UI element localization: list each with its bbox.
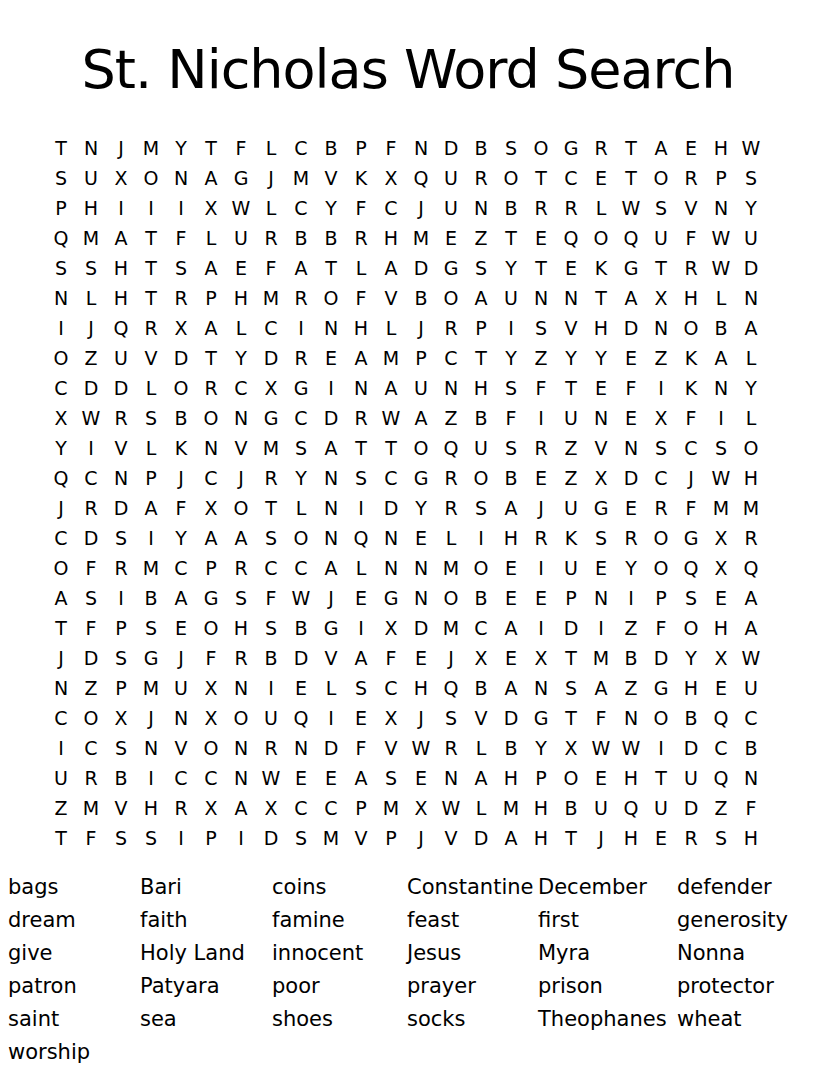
grid-cell: C xyxy=(226,373,256,403)
grid-cell: Z xyxy=(76,343,106,373)
grid-cell: S xyxy=(106,523,136,553)
grid-cell: D xyxy=(256,343,286,373)
grid-cell: N xyxy=(706,193,736,223)
grid-cell: D xyxy=(316,403,346,433)
grid-cell: L xyxy=(136,373,166,403)
word-list-item: first xyxy=(538,904,677,937)
grid-cell: F xyxy=(676,223,706,253)
grid-cell: I xyxy=(526,403,556,433)
grid-cell: A xyxy=(706,343,736,373)
grid-cell: U xyxy=(646,793,676,823)
grid-cell: E xyxy=(316,343,346,373)
grid-cell: T xyxy=(526,253,556,283)
grid-cell: F xyxy=(376,133,406,163)
grid-cell: H xyxy=(466,373,496,403)
grid-cell: Q xyxy=(406,163,436,193)
grid-cell: L xyxy=(226,313,256,343)
grid-cell: S xyxy=(166,253,196,283)
grid-cell: T xyxy=(556,373,586,403)
grid-cell: Y xyxy=(676,643,706,673)
grid-cell: E xyxy=(166,613,196,643)
grid-cell: T xyxy=(526,163,556,193)
grid-cell: R xyxy=(256,463,286,493)
grid-cell: J xyxy=(46,493,76,523)
grid-cell: B xyxy=(316,133,346,163)
grid-cell: A xyxy=(736,613,766,643)
grid-cell: R xyxy=(286,283,316,313)
grid-cell: A xyxy=(286,253,316,283)
grid-cell: P xyxy=(106,613,136,643)
grid-cell: C xyxy=(166,763,196,793)
grid-cell: F xyxy=(256,583,286,613)
grid-cell: B xyxy=(466,133,496,163)
grid-cell: F xyxy=(196,643,226,673)
word-list-item: give xyxy=(8,937,140,970)
grid-cell: U xyxy=(436,163,466,193)
grid-cell: S xyxy=(46,253,76,283)
grid-cell: A xyxy=(166,583,196,613)
grid-cell: A xyxy=(196,313,226,343)
grid-cell: W xyxy=(586,733,616,763)
grid-cell: D xyxy=(616,463,646,493)
grid-cell: A xyxy=(346,343,376,373)
letter-grid: TNJMYTFLCBPFNDBSOGRTAEHWSUXONAGJMVKXQURO… xyxy=(46,133,766,853)
grid-cell: C xyxy=(256,313,286,343)
grid-cell: O xyxy=(136,163,166,193)
grid-cell: D xyxy=(496,703,526,733)
word-list-item: Jesus xyxy=(407,937,538,970)
grid-cell: X xyxy=(706,643,736,673)
grid-cell: A xyxy=(496,613,526,643)
grid-cell: Y xyxy=(586,343,616,373)
grid-cell: R xyxy=(256,223,286,253)
grid-cell: F xyxy=(226,133,256,163)
grid-cell: X xyxy=(646,403,676,433)
grid-cell: S xyxy=(106,823,136,853)
grid-cell: S xyxy=(136,613,166,643)
grid-cell: X xyxy=(466,643,496,673)
grid-cell: E xyxy=(226,253,256,283)
word-list-item: faith xyxy=(140,904,272,937)
grid-cell: F xyxy=(586,703,616,733)
grid-cell: J xyxy=(256,163,286,193)
grid-cell: O xyxy=(646,553,676,583)
grid-cell: M xyxy=(496,793,526,823)
grid-cell: C xyxy=(286,793,316,823)
grid-cell: M xyxy=(406,223,436,253)
grid-cell: C xyxy=(556,163,586,193)
grid-cell: N xyxy=(316,523,346,553)
grid-cell: G xyxy=(646,673,676,703)
grid-cell: E xyxy=(406,523,436,553)
grid-cell: P xyxy=(346,793,376,823)
grid-cell: H xyxy=(226,613,256,643)
grid-cell: Z xyxy=(526,343,556,373)
grid-cell: I xyxy=(646,733,676,763)
grid-cell: R xyxy=(76,763,106,793)
grid-cell: P xyxy=(646,583,676,613)
grid-cell: S xyxy=(226,583,256,613)
grid-cell: N xyxy=(136,733,166,763)
grid-cell: G xyxy=(316,613,346,643)
grid-cell: J xyxy=(676,463,706,493)
grid-cell: L xyxy=(706,283,736,313)
grid-cell: R xyxy=(526,433,556,463)
grid-cell: X xyxy=(196,673,226,703)
grid-cell: X xyxy=(376,613,406,643)
grid-cell: N xyxy=(436,763,466,793)
grid-cell: F xyxy=(76,553,106,583)
grid-cell: L xyxy=(316,673,346,703)
grid-cell: T xyxy=(556,823,586,853)
grid-cell: Q xyxy=(286,703,316,733)
grid-cell: T xyxy=(496,223,526,253)
grid-cell: V xyxy=(136,343,166,373)
grid-cell: I xyxy=(646,373,676,403)
grid-cell: C xyxy=(286,403,316,433)
grid-cell: E xyxy=(526,223,556,253)
grid-cell: N xyxy=(106,463,136,493)
grid-cell: Z xyxy=(76,673,106,703)
grid-cell: T xyxy=(196,133,226,163)
grid-cell: B xyxy=(466,673,496,703)
grid-cell: M xyxy=(586,643,616,673)
grid-cell: Z xyxy=(46,793,76,823)
grid-cell: P xyxy=(346,133,376,163)
grid-cell: B xyxy=(166,403,196,433)
grid-cell: U xyxy=(496,283,526,313)
grid-cell: S xyxy=(106,643,136,673)
grid-cell: J xyxy=(166,643,196,673)
grid-cell: N xyxy=(616,703,646,733)
grid-cell: Q xyxy=(556,223,586,253)
grid-cell: E xyxy=(406,763,436,793)
grid-cell: Z xyxy=(616,673,646,703)
grid-cell: E xyxy=(496,643,526,673)
grid-cell: U xyxy=(676,763,706,793)
grid-cell: I xyxy=(166,193,196,223)
grid-cell: L xyxy=(376,313,406,343)
grid-cell: I xyxy=(226,823,256,853)
grid-cell: W xyxy=(376,403,406,433)
word-list-item: coins xyxy=(272,871,407,904)
grid-cell: H xyxy=(736,823,766,853)
grid-cell: O xyxy=(166,373,196,403)
grid-cell: H xyxy=(106,283,136,313)
grid-cell: J xyxy=(316,583,346,613)
grid-cell: N xyxy=(706,373,736,403)
grid-cell: X xyxy=(196,793,226,823)
grid-cell: Z xyxy=(556,463,586,493)
grid-cell: E xyxy=(616,403,646,433)
grid-cell: E xyxy=(706,583,736,613)
grid-cell: S xyxy=(556,673,586,703)
grid-cell: T xyxy=(646,763,676,793)
grid-cell: B xyxy=(466,403,496,433)
grid-cell: J xyxy=(406,313,436,343)
grid-cell: Z xyxy=(556,433,586,463)
grid-cell: I xyxy=(526,613,556,643)
grid-cell: T xyxy=(136,283,166,313)
grid-cell: B xyxy=(616,643,646,673)
grid-cell: R xyxy=(556,193,586,223)
grid-cell: R xyxy=(346,223,376,253)
grid-cell: C xyxy=(46,523,76,553)
grid-cell: A xyxy=(46,583,76,613)
grid-cell: C xyxy=(676,433,706,463)
grid-cell: H xyxy=(106,253,136,283)
grid-cell: M xyxy=(136,133,166,163)
grid-cell: Q xyxy=(436,433,466,463)
grid-cell: H xyxy=(586,313,616,343)
grid-cell: D xyxy=(616,313,646,343)
grid-cell: N xyxy=(226,763,256,793)
grid-cell: W xyxy=(226,193,256,223)
grid-cell: R xyxy=(256,733,286,763)
grid-cell: E xyxy=(526,583,556,613)
grid-cell: N xyxy=(526,283,556,313)
grid-cell: O xyxy=(556,763,586,793)
grid-cell: P xyxy=(706,163,736,193)
grid-cell: J xyxy=(136,703,166,733)
grid-cell: V xyxy=(316,163,346,193)
grid-cell: R xyxy=(616,523,646,553)
grid-cell: E xyxy=(286,763,316,793)
grid-cell: S xyxy=(646,193,676,223)
grid-cell: H xyxy=(496,763,526,793)
grid-cell: P xyxy=(406,343,436,373)
grid-cell: T xyxy=(556,703,586,733)
grid-cell: C xyxy=(466,613,496,643)
grid-cell: D xyxy=(406,253,436,283)
grid-cell: N xyxy=(46,283,76,313)
grid-cell: G xyxy=(586,493,616,523)
grid-cell: W xyxy=(256,763,286,793)
grid-cell: S xyxy=(496,373,526,403)
grid-cell: I xyxy=(316,373,346,403)
grid-cell: N xyxy=(586,403,616,433)
grid-cell: X xyxy=(196,193,226,223)
word-list-item: Constantine xyxy=(407,871,538,904)
grid-cell: S xyxy=(346,463,376,493)
grid-cell: P xyxy=(136,463,166,493)
grid-cell: B xyxy=(316,223,346,253)
grid-cell: I xyxy=(136,523,166,553)
grid-cell: H xyxy=(736,463,766,493)
grid-cell: K xyxy=(676,343,706,373)
grid-cell: C xyxy=(286,553,316,583)
word-list-item: protector xyxy=(677,970,810,1003)
grid-cell: R xyxy=(586,133,616,163)
grid-cell: X xyxy=(166,313,196,343)
grid-cell: N xyxy=(376,553,406,583)
grid-cell: I xyxy=(706,403,736,433)
grid-cell: X xyxy=(406,793,436,823)
grid-cell: A xyxy=(376,373,406,403)
grid-cell: T xyxy=(136,253,166,283)
grid-cell: X xyxy=(526,643,556,673)
grid-cell: D xyxy=(376,493,406,523)
grid-cell: W xyxy=(736,133,766,163)
grid-cell: S xyxy=(106,733,136,763)
word-list-item: wheat xyxy=(677,1003,810,1036)
grid-cell: C xyxy=(286,193,316,223)
grid-cell: G xyxy=(436,253,466,283)
grid-cell: X xyxy=(646,283,676,313)
grid-cell: Q xyxy=(616,223,646,253)
grid-cell: D xyxy=(406,613,436,643)
grid-cell: D xyxy=(106,493,136,523)
grid-cell: D xyxy=(466,823,496,853)
grid-cell: O xyxy=(316,283,346,313)
grid-cell: R xyxy=(736,523,766,553)
grid-cell: D xyxy=(676,793,706,823)
grid-cell: H xyxy=(616,763,646,793)
grid-cell: V xyxy=(316,643,346,673)
grid-cell: S xyxy=(46,163,76,193)
grid-cell: A xyxy=(466,283,496,313)
grid-cell: E xyxy=(286,673,316,703)
grid-cell: T xyxy=(316,253,346,283)
word-list-item: December xyxy=(538,871,677,904)
grid-cell: A xyxy=(106,223,136,253)
grid-cell: I xyxy=(496,313,526,343)
grid-cell: T xyxy=(46,133,76,163)
grid-cell: S xyxy=(706,433,736,463)
grid-cell: O xyxy=(196,733,226,763)
grid-cell: V xyxy=(226,433,256,463)
grid-cell: T xyxy=(586,283,616,313)
grid-cell: U xyxy=(736,673,766,703)
grid-cell: B xyxy=(496,733,526,763)
grid-cell: O xyxy=(196,613,226,643)
grid-cell: G xyxy=(616,253,646,283)
grid-cell: O xyxy=(466,553,496,583)
word-list-item: saint xyxy=(8,1003,140,1036)
grid-cell: R xyxy=(466,163,496,193)
grid-cell: A xyxy=(346,763,376,793)
grid-cell: S xyxy=(466,253,496,283)
grid-cell: A xyxy=(316,553,346,583)
grid-cell: R xyxy=(346,403,376,433)
word-list-item: Theophanes xyxy=(538,1003,677,1036)
grid-cell: F xyxy=(736,793,766,823)
grid-cell: S xyxy=(286,823,316,853)
grid-cell: D xyxy=(316,733,346,763)
grid-cell: N xyxy=(166,163,196,193)
word-list-item: famine xyxy=(272,904,407,937)
grid-cell: I xyxy=(256,673,286,703)
grid-cell: Y xyxy=(316,193,346,223)
grid-cell: A xyxy=(616,283,646,313)
grid-cell: L xyxy=(466,793,496,823)
grid-cell: D xyxy=(256,823,286,853)
grid-cell: G xyxy=(136,643,166,673)
grid-cell: G xyxy=(676,523,706,553)
grid-cell: K xyxy=(676,373,706,403)
grid-cell: O xyxy=(76,703,106,733)
grid-cell: J xyxy=(586,823,616,853)
grid-cell: A xyxy=(196,163,226,193)
grid-cell: U xyxy=(406,373,436,403)
grid-cell: N xyxy=(316,463,346,493)
word-list-item: feast xyxy=(407,904,538,937)
grid-cell: A xyxy=(316,433,346,463)
grid-cell: H xyxy=(706,613,736,643)
grid-cell: N xyxy=(316,493,346,523)
word-list-item: sea xyxy=(140,1003,272,1036)
grid-cell: E xyxy=(556,253,586,283)
word-list-item: patron xyxy=(8,970,140,1003)
grid-cell: D xyxy=(646,643,676,673)
grid-cell: J xyxy=(406,703,436,733)
grid-cell: R xyxy=(436,733,466,763)
grid-cell: X xyxy=(706,523,736,553)
grid-cell: A xyxy=(226,793,256,823)
grid-cell: B xyxy=(706,313,736,343)
grid-cell: O xyxy=(406,433,436,463)
grid-cell: V xyxy=(376,283,406,313)
grid-cell: T xyxy=(556,643,586,673)
grid-cell: L xyxy=(76,283,106,313)
grid-cell: S xyxy=(466,493,496,523)
grid-cell: X xyxy=(106,163,136,193)
word-list-item: socks xyxy=(407,1003,538,1036)
grid-cell: B xyxy=(136,583,166,613)
grid-cell: Y xyxy=(166,523,196,553)
grid-cell: R xyxy=(436,313,466,343)
grid-cell: E xyxy=(436,223,466,253)
grid-cell: L xyxy=(736,343,766,373)
grid-cell: R xyxy=(676,823,706,853)
grid-cell: R xyxy=(676,163,706,193)
grid-cell: O xyxy=(226,493,256,523)
grid-cell: J xyxy=(76,313,106,343)
grid-cell: C xyxy=(46,373,76,403)
grid-cell: L xyxy=(286,493,316,523)
grid-cell: J xyxy=(106,133,136,163)
grid-cell: N xyxy=(286,733,316,763)
grid-cell: M xyxy=(436,553,466,583)
grid-cell: W xyxy=(406,733,436,763)
grid-cell: R xyxy=(676,253,706,283)
grid-cell: L xyxy=(736,403,766,433)
grid-cell: V xyxy=(346,823,376,853)
grid-cell: X xyxy=(196,493,226,523)
grid-cell: G xyxy=(226,163,256,193)
word-list-item: prison xyxy=(538,970,677,1003)
grid-cell: C xyxy=(196,763,226,793)
grid-cell: T xyxy=(616,133,646,163)
grid-cell: I xyxy=(616,583,646,613)
grid-cell: F xyxy=(646,613,676,643)
word-list: bagsBaricoinsConstantineDecemberdefender… xyxy=(8,871,810,1069)
grid-cell: B xyxy=(286,223,316,253)
grid-cell: F xyxy=(166,223,196,253)
grid-cell: W xyxy=(706,223,736,253)
grid-cell: B xyxy=(256,643,286,673)
grid-cell: S xyxy=(376,763,406,793)
grid-cell: N xyxy=(316,313,346,343)
grid-cell: N xyxy=(736,763,766,793)
grid-cell: Y xyxy=(286,463,316,493)
grid-cell: G xyxy=(556,133,586,163)
grid-cell: I xyxy=(286,313,316,343)
grid-cell: H xyxy=(346,313,376,343)
word-list-item: dream xyxy=(8,904,140,937)
grid-cell: D xyxy=(106,373,136,403)
grid-cell: S xyxy=(496,433,526,463)
